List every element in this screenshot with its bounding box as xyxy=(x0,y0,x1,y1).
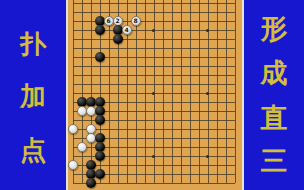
caption-char: 成 xyxy=(261,59,288,86)
white-stone: 4 xyxy=(122,25,132,35)
caption-char: 加 xyxy=(20,83,46,109)
caption-char: 点 xyxy=(20,137,46,163)
grid-line-horizontal xyxy=(73,129,235,130)
grid-line-horizontal xyxy=(73,66,235,67)
black-stone xyxy=(95,25,105,35)
stone-move-number: 8 xyxy=(134,18,138,24)
star-point xyxy=(152,155,155,158)
stone-move-number: 4 xyxy=(125,27,129,33)
star-point xyxy=(206,92,209,95)
left-sidebar: 扑加点 xyxy=(0,0,66,190)
grid-line-horizontal xyxy=(73,84,235,85)
stone-move-number: 2 xyxy=(116,18,120,24)
black-stone xyxy=(86,178,96,188)
go-board: 6284 xyxy=(68,0,242,190)
caption-char: 形 xyxy=(261,15,288,42)
video-frame: 扑加点 6284 形成直三 xyxy=(0,0,304,190)
grid-line-horizontal xyxy=(73,39,235,40)
star-point xyxy=(152,29,155,32)
stone-move-number: 6 xyxy=(107,18,111,24)
white-stone xyxy=(77,142,87,152)
grid-line-horizontal xyxy=(73,183,235,184)
black-stone xyxy=(95,151,105,161)
white-stone: 8 xyxy=(131,16,141,26)
star-point xyxy=(152,92,155,95)
caption-char: 直 xyxy=(261,104,288,131)
grid-line-vertical xyxy=(235,0,236,183)
white-stone xyxy=(68,160,78,170)
grid-line-horizontal xyxy=(73,165,235,166)
right-sidebar: 形成直三 xyxy=(244,0,304,190)
caption-char: 扑 xyxy=(20,31,46,57)
white-stone xyxy=(68,124,78,134)
star-point xyxy=(206,29,209,32)
star-point xyxy=(206,155,209,158)
grid-line-horizontal xyxy=(73,75,235,76)
caption-char: 三 xyxy=(261,147,288,174)
grid-line-horizontal xyxy=(73,48,235,49)
black-stone xyxy=(95,115,105,125)
black-stone xyxy=(95,52,105,62)
black-stone xyxy=(113,34,123,44)
grid-line-horizontal xyxy=(73,12,235,13)
grid-line-horizontal xyxy=(73,3,235,4)
black-stone xyxy=(95,169,105,179)
